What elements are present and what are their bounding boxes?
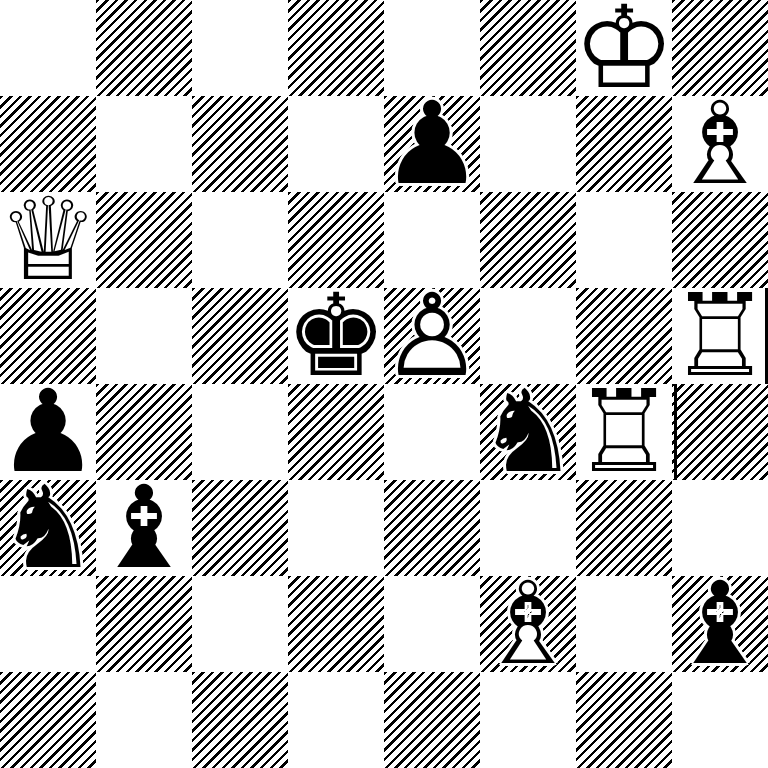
square-d2[interactable]	[288, 576, 384, 672]
piece-white-pawn[interactable]: ♙	[384, 288, 480, 384]
piece-black-king[interactable]: ♚	[288, 288, 384, 384]
square-b3[interactable]: ♝♝	[96, 480, 192, 576]
square-h1[interactable]	[672, 672, 768, 768]
square-c5[interactable]	[192, 288, 288, 384]
square-g7[interactable]	[576, 96, 672, 192]
square-f7[interactable]	[480, 96, 576, 192]
square-h7[interactable]: ♝♗	[672, 96, 768, 192]
square-g6[interactable]	[576, 192, 672, 288]
piece-black-bishop[interactable]: ♝	[96, 480, 192, 576]
piece-white-bishop[interactable]: ♗	[480, 576, 576, 672]
square-h4[interactable]	[672, 384, 768, 480]
square-d3[interactable]	[288, 480, 384, 576]
square-d7[interactable]	[288, 96, 384, 192]
square-d4[interactable]	[288, 384, 384, 480]
square-e5[interactable]: ♟♙	[384, 288, 480, 384]
square-h5[interactable]: ♜♖	[672, 288, 768, 384]
square-a3[interactable]: ♞♞	[0, 480, 96, 576]
square-f6[interactable]	[480, 192, 576, 288]
square-c7[interactable]	[192, 96, 288, 192]
square-c8[interactable]	[192, 0, 288, 96]
square-a6[interactable]: ♛♕	[0, 192, 96, 288]
square-e3[interactable]	[384, 480, 480, 576]
piece-white-queen[interactable]: ♕	[0, 192, 96, 288]
square-g4[interactable]: ♜♖	[576, 384, 672, 480]
square-b2[interactable]	[96, 576, 192, 672]
square-a1[interactable]	[0, 672, 96, 768]
square-b6[interactable]	[96, 192, 192, 288]
square-c4[interactable]	[192, 384, 288, 480]
piece-black-knight[interactable]: ♞	[480, 384, 576, 480]
piece-black-bishop[interactable]: ♝	[672, 576, 768, 672]
square-c6[interactable]	[192, 192, 288, 288]
piece-black-pawn[interactable]: ♟	[384, 96, 480, 192]
chess-board: ♚♔♟♟♝♗♛♕♚♚♟♙♜♖♟♟♞♞♜♖♞♞♝♝♝♗♝♝	[0, 0, 768, 768]
piece-white-rook[interactable]: ♖	[672, 288, 768, 384]
square-b1[interactable]	[96, 672, 192, 768]
square-b7[interactable]	[96, 96, 192, 192]
square-a8[interactable]	[0, 0, 96, 96]
square-d5[interactable]: ♚♚	[288, 288, 384, 384]
square-g3[interactable]	[576, 480, 672, 576]
square-b5[interactable]	[96, 288, 192, 384]
square-g8[interactable]: ♚♔	[576, 0, 672, 96]
square-g1[interactable]	[576, 672, 672, 768]
square-h2[interactable]: ♝♝	[672, 576, 768, 672]
square-f2[interactable]: ♝♗	[480, 576, 576, 672]
square-g2[interactable]	[576, 576, 672, 672]
square-e4[interactable]	[384, 384, 480, 480]
square-e7[interactable]: ♟♟	[384, 96, 480, 192]
square-d8[interactable]	[288, 0, 384, 96]
square-a2[interactable]	[0, 576, 96, 672]
square-e2[interactable]	[384, 576, 480, 672]
square-c1[interactable]	[192, 672, 288, 768]
piece-white-bishop[interactable]: ♗	[672, 96, 768, 192]
square-f8[interactable]	[480, 0, 576, 96]
piece-white-king[interactable]: ♔	[576, 0, 672, 96]
square-f4[interactable]: ♞♞	[480, 384, 576, 480]
square-e1[interactable]	[384, 672, 480, 768]
square-d1[interactable]	[288, 672, 384, 768]
piece-white-rook[interactable]: ♖	[576, 384, 672, 480]
square-c3[interactable]	[192, 480, 288, 576]
square-b8[interactable]	[96, 0, 192, 96]
square-f1[interactable]	[480, 672, 576, 768]
piece-black-knight[interactable]: ♞	[0, 480, 96, 576]
square-c2[interactable]	[192, 576, 288, 672]
